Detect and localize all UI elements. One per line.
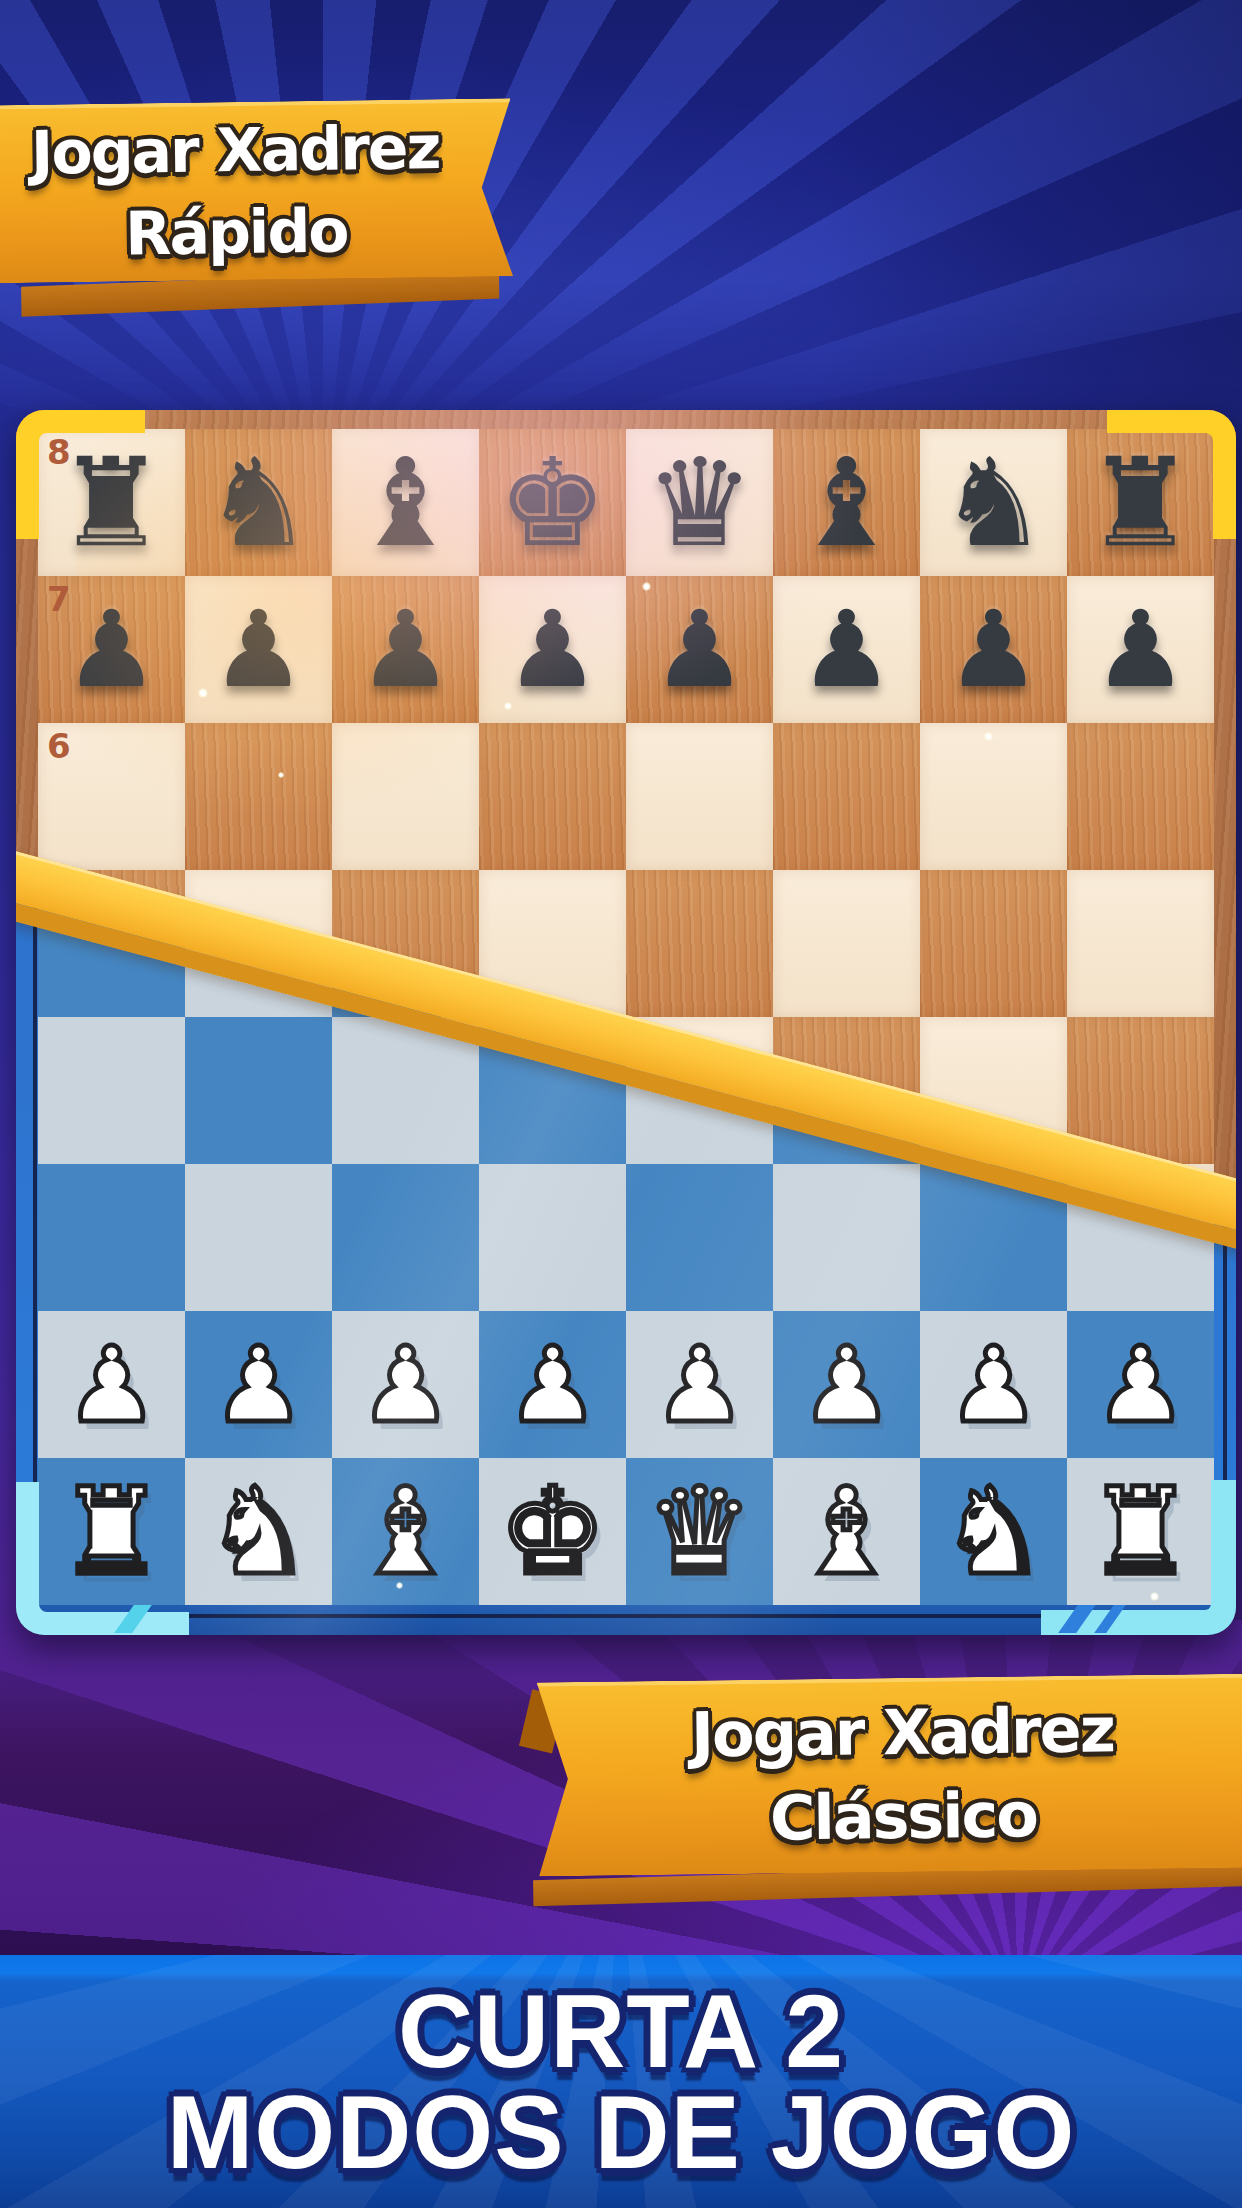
piece-white-pawn: ♟: [1094, 1324, 1187, 1446]
square-c7[interactable]: ♟: [332, 576, 479, 723]
piece-white-knight: ♞: [940, 1462, 1048, 1601]
banner-line1: Jogar Xadrez: [690, 1688, 1114, 1777]
square-a4[interactable]: [38, 1017, 185, 1164]
banner-line2: Rápido: [125, 189, 348, 274]
piece-black-pawn: ♟: [358, 588, 453, 711]
footer-line1: CURTA 2: [398, 1981, 844, 2082]
piece-white-knight: ♞: [205, 1462, 313, 1601]
piece-white-pawn: ♟: [506, 1324, 599, 1446]
corner-bracket-bottom-right: [1041, 1480, 1236, 1635]
banner-line1: Jogar Xadrez: [30, 106, 439, 194]
square-g7[interactable]: ♟: [920, 576, 1067, 723]
piece-white-bishop: ♝: [352, 1462, 460, 1601]
piece-black-knight: ♞: [939, 432, 1048, 574]
footer-text: CURTA 2 MODOS DE JOGO: [0, 1955, 1242, 2208]
piece-white-pawn: ♟: [65, 1324, 158, 1446]
piece-white-king: ♚: [499, 1462, 607, 1601]
square-c2[interactable]: ♟: [332, 1311, 479, 1458]
square-g8[interactable]: ♞: [920, 429, 1067, 576]
square-e6[interactable]: [626, 723, 773, 870]
square-b3[interactable]: [185, 1164, 332, 1311]
square-e3[interactable]: [626, 1164, 773, 1311]
corner-bracket-top-left: [16, 410, 145, 539]
square-d1[interactable]: ♚: [479, 1458, 626, 1605]
square-a3[interactable]: [38, 1164, 185, 1311]
quick-chess-banner[interactable]: Jogar Xadrez Rápido: [0, 98, 513, 314]
square-g5[interactable]: [920, 870, 1067, 1017]
piece-black-pawn: ♟: [946, 588, 1041, 711]
piece-white-pawn: ♟: [359, 1324, 452, 1446]
piece-white-queen: ♛: [646, 1462, 754, 1601]
piece-black-knight: ♞: [204, 432, 313, 574]
square-d3[interactable]: [479, 1164, 626, 1311]
banner-text: Jogar Xadrez Clássico: [537, 1674, 1242, 1877]
square-c3[interactable]: [332, 1164, 479, 1311]
corner-bracket-bottom-left: [16, 1482, 189, 1635]
square-e7[interactable]: ♟: [626, 576, 773, 723]
footer-line2: MODOS DE JOGO: [167, 2082, 1076, 2183]
classic-chess-banner[interactable]: Jogar Xadrez Clássico: [537, 1674, 1242, 1901]
square-h5[interactable]: [1067, 870, 1214, 1017]
piece-black-bishop: ♝: [792, 432, 901, 574]
square-a6[interactable]: 6: [38, 723, 185, 870]
square-a2[interactable]: ♟: [38, 1311, 185, 1458]
piece-white-pawn: ♟: [947, 1324, 1040, 1446]
square-c8[interactable]: ♝: [332, 429, 479, 576]
piece-black-pawn: ♟: [1093, 588, 1188, 711]
piece-black-pawn: ♟: [64, 588, 159, 711]
square-f3[interactable]: [773, 1164, 920, 1311]
piece-white-bishop: ♝: [793, 1462, 901, 1601]
piece-black-pawn: ♟: [652, 588, 747, 711]
rank-label-7: 7: [47, 582, 71, 616]
square-e5[interactable]: [626, 870, 773, 1017]
square-f2[interactable]: ♟: [773, 1311, 920, 1458]
square-b1[interactable]: ♞: [185, 1458, 332, 1605]
square-d2[interactable]: ♟: [479, 1311, 626, 1458]
square-g2[interactable]: ♟: [920, 1311, 1067, 1458]
square-d6[interactable]: [479, 723, 626, 870]
footer-band: CURTA 2 MODOS DE JOGO: [0, 1955, 1242, 2208]
piece-white-pawn: ♟: [212, 1324, 305, 1446]
square-d8[interactable]: ♚: [479, 429, 626, 576]
square-f5[interactable]: [773, 870, 920, 1017]
square-c1[interactable]: ♝: [332, 1458, 479, 1605]
square-f8[interactable]: ♝: [773, 429, 920, 576]
piece-black-pawn: ♟: [505, 588, 600, 711]
square-h6[interactable]: [1067, 723, 1214, 870]
square-e1[interactable]: ♛: [626, 1458, 773, 1605]
square-b6[interactable]: [185, 723, 332, 870]
square-f7[interactable]: ♟: [773, 576, 920, 723]
square-g6[interactable]: [920, 723, 1067, 870]
piece-black-bishop: ♝: [351, 432, 460, 574]
piece-white-pawn: ♟: [800, 1324, 893, 1446]
piece-black-queen: ♛: [645, 432, 754, 574]
piece-white-pawn: ♟: [653, 1324, 746, 1446]
banner-text: Jogar Xadrez Rápido: [0, 98, 513, 284]
banner-line2: Clássico: [769, 1773, 1037, 1860]
square-f1[interactable]: ♝: [773, 1458, 920, 1605]
rank-label-6: 6: [47, 729, 71, 763]
square-a7[interactable]: 7♟: [38, 576, 185, 723]
chessboard[interactable]: 8♜♞♝♚♛♝♞♜7♟♟♟♟♟♟♟♟6♟♟♟♟♟♟♟♟♜♞♝♚♛♝♞♜ ♜♞♝♚…: [16, 410, 1236, 1635]
square-b7[interactable]: ♟: [185, 576, 332, 723]
square-e8[interactable]: ♛: [626, 429, 773, 576]
piece-black-king: ♚: [498, 432, 607, 574]
square-b8[interactable]: ♞: [185, 429, 332, 576]
square-f6[interactable]: [773, 723, 920, 870]
square-c6[interactable]: [332, 723, 479, 870]
square-b4[interactable]: [185, 1017, 332, 1164]
piece-black-pawn: ♟: [799, 588, 894, 711]
square-d7[interactable]: ♟: [479, 576, 626, 723]
square-b2[interactable]: ♟: [185, 1311, 332, 1458]
square-h7[interactable]: ♟: [1067, 576, 1214, 723]
piece-black-pawn: ♟: [211, 588, 306, 711]
square-e2[interactable]: ♟: [626, 1311, 773, 1458]
corner-bracket-top-right: [1107, 410, 1236, 539]
square-h2[interactable]: ♟: [1067, 1311, 1214, 1458]
